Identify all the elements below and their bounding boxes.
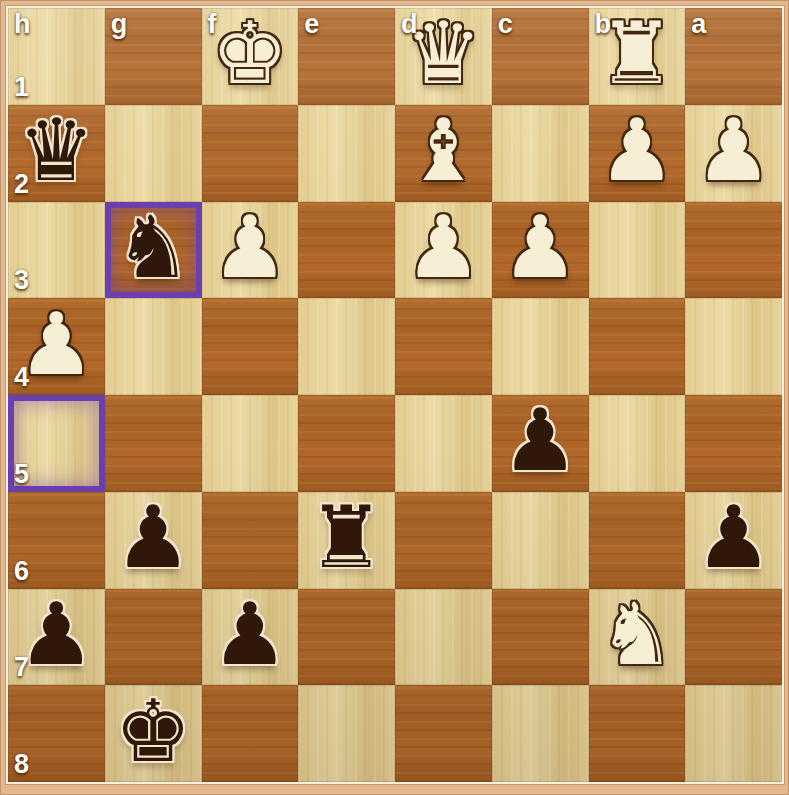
- square-f8[interactable]: [202, 685, 299, 782]
- square-e3[interactable]: [298, 202, 395, 299]
- black-rook[interactable]: ♜: [308, 494, 385, 580]
- file-label-c: c: [498, 11, 513, 38]
- square-h7[interactable]: 7♟: [8, 589, 105, 686]
- square-e5[interactable]: [298, 395, 395, 492]
- square-h5[interactable]: 5: [8, 395, 105, 492]
- board-inner-frame: h1gf♚ed♛cb♜a2♛♝♟♟3♞♟♟♟4♟5♟6♟♜♟7♟♟♞8♚: [6, 6, 784, 784]
- black-king[interactable]: ♚: [115, 688, 192, 774]
- square-c4[interactable]: [492, 298, 589, 395]
- square-a7[interactable]: [685, 589, 782, 686]
- square-d4[interactable]: [395, 298, 492, 395]
- rank-label-1: 1: [14, 74, 29, 101]
- square-c6[interactable]: [492, 492, 589, 589]
- square-g1[interactable]: g: [105, 8, 202, 105]
- file-label-h: h: [14, 11, 31, 38]
- square-a1[interactable]: a: [685, 8, 782, 105]
- square-b2[interactable]: ♟: [589, 105, 686, 202]
- square-b8[interactable]: [589, 685, 686, 782]
- square-d3[interactable]: ♟: [395, 202, 492, 299]
- square-b1[interactable]: b♜: [589, 8, 686, 105]
- square-b6[interactable]: [589, 492, 686, 589]
- square-e6[interactable]: ♜: [298, 492, 395, 589]
- file-label-e: e: [304, 11, 319, 38]
- square-a3[interactable]: [685, 202, 782, 299]
- black-pawn[interactable]: ♟: [211, 591, 288, 677]
- black-queen[interactable]: ♛: [18, 107, 95, 193]
- square-g8[interactable]: ♚: [105, 685, 202, 782]
- black-pawn[interactable]: ♟: [115, 494, 192, 580]
- square-e2[interactable]: [298, 105, 395, 202]
- square-d8[interactable]: [395, 685, 492, 782]
- square-b4[interactable]: [589, 298, 686, 395]
- square-e1[interactable]: e: [298, 8, 395, 105]
- square-f6[interactable]: [202, 492, 299, 589]
- square-h2[interactable]: 2♛: [8, 105, 105, 202]
- square-c3[interactable]: ♟: [492, 202, 589, 299]
- square-f7[interactable]: ♟: [202, 589, 299, 686]
- chess-board: h1gf♚ed♛cb♜a2♛♝♟♟3♞♟♟♟4♟5♟6♟♜♟7♟♟♞8♚: [8, 8, 782, 782]
- black-knight[interactable]: ♞: [115, 204, 192, 290]
- square-d1[interactable]: d♛: [395, 8, 492, 105]
- rank-label-6: 6: [14, 558, 29, 585]
- square-b3[interactable]: [589, 202, 686, 299]
- square-h8[interactable]: 8: [8, 685, 105, 782]
- white-pawn[interactable]: ♟: [598, 107, 675, 193]
- square-h4[interactable]: 4♟: [8, 298, 105, 395]
- rank-label-3: 3: [14, 267, 29, 294]
- board-frame: h1gf♚ed♛cb♜a2♛♝♟♟3♞♟♟♟4♟5♟6♟♜♟7♟♟♞8♚: [0, 0, 789, 795]
- square-h6[interactable]: 6: [8, 492, 105, 589]
- square-a6[interactable]: ♟: [685, 492, 782, 589]
- square-a5[interactable]: [685, 395, 782, 492]
- square-d6[interactable]: [395, 492, 492, 589]
- black-pawn[interactable]: ♟: [695, 494, 772, 580]
- white-pawn[interactable]: ♟: [695, 107, 772, 193]
- square-g6[interactable]: ♟: [105, 492, 202, 589]
- square-a8[interactable]: [685, 685, 782, 782]
- white-king[interactable]: ♚: [211, 10, 288, 96]
- square-f4[interactable]: [202, 298, 299, 395]
- square-a2[interactable]: ♟: [685, 105, 782, 202]
- square-c8[interactable]: [492, 685, 589, 782]
- white-pawn[interactable]: ♟: [18, 301, 95, 387]
- square-c7[interactable]: [492, 589, 589, 686]
- white-pawn[interactable]: ♟: [211, 204, 288, 290]
- white-rook[interactable]: ♜: [598, 10, 675, 96]
- square-g5[interactable]: [105, 395, 202, 492]
- black-pawn[interactable]: ♟: [18, 591, 95, 677]
- square-f5[interactable]: [202, 395, 299, 492]
- rank-label-8: 8: [14, 751, 29, 778]
- rank-label-5: 5: [14, 461, 29, 488]
- square-f1[interactable]: f♚: [202, 8, 299, 105]
- white-knight[interactable]: ♞: [598, 591, 675, 677]
- white-pawn[interactable]: ♟: [405, 204, 482, 290]
- square-c2[interactable]: [492, 105, 589, 202]
- square-h1[interactable]: h1: [8, 8, 105, 105]
- square-e8[interactable]: [298, 685, 395, 782]
- square-b7[interactable]: ♞: [589, 589, 686, 686]
- square-g2[interactable]: [105, 105, 202, 202]
- square-f3[interactable]: ♟: [202, 202, 299, 299]
- white-pawn[interactable]: ♟: [502, 204, 579, 290]
- file-label-g: g: [111, 11, 128, 38]
- square-d5[interactable]: [395, 395, 492, 492]
- square-g4[interactable]: [105, 298, 202, 395]
- file-label-a: a: [691, 11, 706, 38]
- square-g7[interactable]: [105, 589, 202, 686]
- white-queen[interactable]: ♛: [405, 10, 482, 96]
- square-g3[interactable]: ♞: [105, 202, 202, 299]
- square-c1[interactable]: c: [492, 8, 589, 105]
- square-a4[interactable]: [685, 298, 782, 395]
- square-e4[interactable]: [298, 298, 395, 395]
- square-h3[interactable]: 3: [8, 202, 105, 299]
- square-d7[interactable]: [395, 589, 492, 686]
- square-d2[interactable]: ♝: [395, 105, 492, 202]
- square-b5[interactable]: [589, 395, 686, 492]
- square-f2[interactable]: [202, 105, 299, 202]
- square-e7[interactable]: [298, 589, 395, 686]
- black-pawn[interactable]: ♟: [502, 397, 579, 483]
- white-bishop[interactable]: ♝: [405, 107, 482, 193]
- square-c5[interactable]: ♟: [492, 395, 589, 492]
